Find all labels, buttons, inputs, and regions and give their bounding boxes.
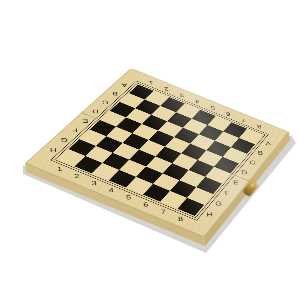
edge-label: H <box>202 208 217 222</box>
edge-label: 8 <box>170 214 191 223</box>
edge-label: 8 <box>250 123 269 130</box>
product-photo: 12345678 12345678 ABCDEFGH ABCDEFGH <box>0 0 300 300</box>
chess-board: 12345678 12345678 ABCDEFGH ABCDEFGH <box>25 68 289 237</box>
edge-label: H <box>46 144 60 156</box>
latch-pin-icon <box>249 183 256 190</box>
